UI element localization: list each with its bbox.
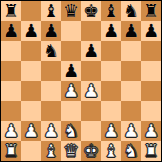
square-b4[interactable] (21, 81, 41, 101)
square-a1[interactable]: ♜ (1, 141, 21, 161)
square-b8[interactable] (21, 1, 41, 21)
black-pawn-piece[interactable]: ♟ (123, 21, 139, 41)
square-d2[interactable]: ♞ (61, 121, 81, 141)
square-e4[interactable]: ♟ (81, 81, 101, 101)
white-bishop-piece[interactable]: ♝ (103, 141, 119, 161)
white-bishop-piece[interactable]: ♝ (43, 141, 59, 161)
black-pawn-piece[interactable]: ♟ (143, 21, 159, 41)
square-f1[interactable]: ♝ (101, 141, 121, 161)
square-d7[interactable] (61, 21, 81, 41)
white-pawn-piece[interactable]: ♟ (43, 121, 59, 141)
square-f7[interactable]: ♟ (101, 21, 121, 41)
square-f6[interactable] (101, 41, 121, 61)
square-a8[interactable]: ♜ (1, 1, 21, 21)
white-pawn-piece[interactable]: ♟ (23, 121, 39, 141)
square-h1[interactable]: ♜ (141, 141, 161, 161)
square-c1[interactable]: ♝ (41, 141, 61, 161)
square-h8[interactable]: ♜ (141, 1, 161, 21)
square-h6[interactable] (141, 41, 161, 61)
square-f4[interactable] (101, 81, 121, 101)
chess-board: ♜♝♛♚♝♞♜♟♟♟♟♟♟♞♟♟♟♟♟♟♟♞♟♟♟♜♝♛♚♝♞♜ (0, 0, 162, 162)
square-g3[interactable] (121, 101, 141, 121)
square-g4[interactable] (121, 81, 141, 101)
square-b6[interactable] (21, 41, 41, 61)
white-pawn-piece[interactable]: ♟ (3, 121, 19, 141)
white-pawn-piece[interactable]: ♟ (143, 121, 159, 141)
square-b2[interactable]: ♟ (21, 121, 41, 141)
black-bishop-piece[interactable]: ♝ (43, 1, 59, 21)
square-g2[interactable]: ♟ (121, 121, 141, 141)
square-a2[interactable]: ♟ (1, 121, 21, 141)
square-e1[interactable]: ♚ (81, 141, 101, 161)
black-rook-piece[interactable]: ♜ (143, 1, 159, 21)
white-knight-piece[interactable]: ♞ (123, 141, 139, 161)
black-pawn-piece[interactable]: ♟ (63, 61, 79, 81)
black-pawn-piece[interactable]: ♟ (3, 21, 19, 41)
square-h4[interactable] (141, 81, 161, 101)
square-c2[interactable]: ♟ (41, 121, 61, 141)
square-c6[interactable]: ♞ (41, 41, 61, 61)
square-g1[interactable]: ♞ (121, 141, 141, 161)
square-d3[interactable] (61, 101, 81, 121)
square-d4[interactable]: ♟ (61, 81, 81, 101)
square-h5[interactable] (141, 61, 161, 81)
square-b7[interactable]: ♟ (21, 21, 41, 41)
black-pawn-piece[interactable]: ♟ (103, 21, 119, 41)
square-f5[interactable] (101, 61, 121, 81)
square-d5[interactable]: ♟ (61, 61, 81, 81)
white-rook-piece[interactable]: ♜ (3, 141, 19, 161)
square-e5[interactable] (81, 61, 101, 81)
black-king-piece[interactable]: ♚ (83, 1, 99, 21)
white-pawn-piece[interactable]: ♟ (83, 81, 99, 101)
square-e2[interactable] (81, 121, 101, 141)
black-pawn-piece[interactable]: ♟ (43, 21, 59, 41)
white-knight-piece[interactable]: ♞ (63, 121, 79, 141)
white-pawn-piece[interactable]: ♟ (63, 81, 79, 101)
square-f3[interactable] (101, 101, 121, 121)
square-e6[interactable]: ♟ (81, 41, 101, 61)
black-knight-piece[interactable]: ♞ (43, 41, 59, 61)
square-e8[interactable]: ♚ (81, 1, 101, 21)
square-a6[interactable] (1, 41, 21, 61)
square-a3[interactable] (1, 101, 21, 121)
square-a5[interactable] (1, 61, 21, 81)
square-c5[interactable] (41, 61, 61, 81)
black-queen-piece[interactable]: ♛ (63, 1, 79, 21)
square-a7[interactable]: ♟ (1, 21, 21, 41)
black-knight-piece[interactable]: ♞ (123, 1, 139, 21)
square-h2[interactable]: ♟ (141, 121, 161, 141)
black-rook-piece[interactable]: ♜ (3, 1, 19, 21)
square-e7[interactable] (81, 21, 101, 41)
square-f2[interactable]: ♟ (101, 121, 121, 141)
square-a4[interactable] (1, 81, 21, 101)
square-g8[interactable]: ♞ (121, 1, 141, 21)
white-pawn-piece[interactable]: ♟ (123, 121, 139, 141)
square-c4[interactable] (41, 81, 61, 101)
square-h3[interactable] (141, 101, 161, 121)
square-g7[interactable]: ♟ (121, 21, 141, 41)
black-bishop-piece[interactable]: ♝ (103, 1, 119, 21)
square-b1[interactable] (21, 141, 41, 161)
square-g5[interactable] (121, 61, 141, 81)
square-d6[interactable] (61, 41, 81, 61)
white-rook-piece[interactable]: ♜ (143, 141, 159, 161)
white-pawn-piece[interactable]: ♟ (103, 121, 119, 141)
black-pawn-piece[interactable]: ♟ (83, 41, 99, 61)
square-c3[interactable] (41, 101, 61, 121)
square-h7[interactable]: ♟ (141, 21, 161, 41)
square-d1[interactable]: ♛ (61, 141, 81, 161)
square-e3[interactable] (81, 101, 101, 121)
black-pawn-piece[interactable]: ♟ (23, 21, 39, 41)
square-g6[interactable] (121, 41, 141, 61)
square-c8[interactable]: ♝ (41, 1, 61, 21)
square-b5[interactable] (21, 61, 41, 81)
square-c7[interactable]: ♟ (41, 21, 61, 41)
square-d8[interactable]: ♛ (61, 1, 81, 21)
square-b3[interactable] (21, 101, 41, 121)
white-king-piece[interactable]: ♚ (83, 141, 99, 161)
square-f8[interactable]: ♝ (101, 1, 121, 21)
white-queen-piece[interactable]: ♛ (63, 141, 79, 161)
